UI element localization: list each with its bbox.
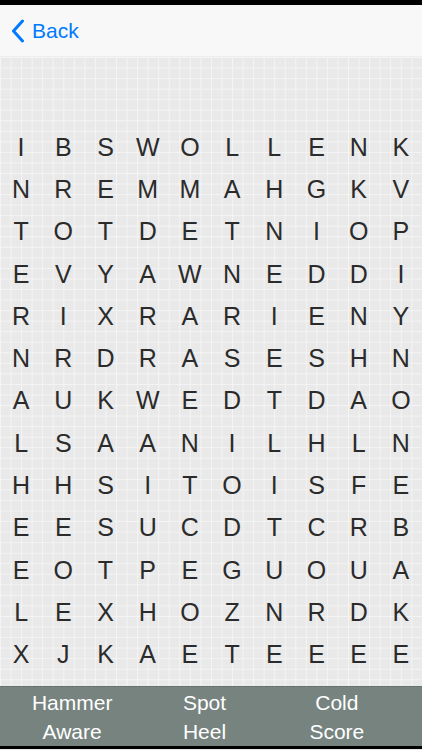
bottom-black-strip [0, 746, 422, 749]
grid-cell-r5c5[interactable]: A [169, 295, 211, 337]
grid-cell-r11c7[interactable]: U [253, 549, 295, 591]
grid-cell-r3c4[interactable]: D [127, 211, 169, 253]
grid-cell-r3c1[interactable]: T [0, 211, 42, 253]
word-item-cold: Cold [315, 692, 358, 713]
grid-cell-r3c8[interactable]: I [295, 211, 337, 253]
grid-cell-r10c9[interactable]: R [338, 507, 380, 549]
word-list-bar: HammerSpotColdAwareHeelScore [0, 686, 422, 746]
grid-cell-r8c8[interactable]: H [295, 422, 337, 464]
grid-cell-r3c3[interactable]: T [84, 211, 126, 253]
grid-cell-r6c5[interactable]: A [169, 337, 211, 379]
grid-cell-r1c6[interactable]: L [211, 126, 253, 168]
nav-bar: Back [0, 5, 422, 57]
grid-cell-r9c5[interactable]: T [169, 464, 211, 506]
grid-cell-r1c10[interactable]: K [380, 126, 422, 168]
grid-cell-r12c6[interactable]: Z [211, 591, 253, 633]
grid-cell-r13c10[interactable]: E [380, 634, 422, 676]
word-item-spot: Spot [183, 692, 226, 713]
grid-cell-r5c9[interactable]: N [338, 295, 380, 337]
grid-cell-r7c9[interactable]: A [338, 380, 380, 422]
grid-cell-r13c5[interactable]: E [169, 634, 211, 676]
grid-cell-r6c7[interactable]: E [253, 337, 295, 379]
word-list: HammerSpotColdAwareHeelScore [0, 688, 422, 746]
grid-cell-r1c1[interactable]: I [0, 126, 42, 168]
grid-cell-r3c6[interactable]: T [211, 211, 253, 253]
grid-cell-r4c9[interactable]: D [338, 253, 380, 295]
grid-cell-r9c1[interactable]: H [0, 464, 42, 506]
grid-cell-r11c8[interactable]: O [295, 549, 337, 591]
grid-cell-r12c3[interactable]: X [84, 591, 126, 633]
grid-cell-r4c2[interactable]: V [42, 253, 84, 295]
grid-cell-r4c1[interactable]: E [0, 253, 42, 295]
grid-cell-r9c4[interactable]: I [127, 464, 169, 506]
grid-cell-r5c2[interactable]: I [42, 295, 84, 337]
grid-cell-r9c10[interactable]: E [380, 464, 422, 506]
grid-cell-r12c10[interactable]: K [380, 591, 422, 633]
grid-cell-r7c1[interactable]: A [0, 380, 42, 422]
grid-cell-r9c3[interactable]: S [84, 464, 126, 506]
grid-cell-r11c2[interactable]: O [42, 549, 84, 591]
grid-cell-r8c10[interactable]: N [380, 422, 422, 464]
back-button-label: Back [32, 20, 79, 41]
grid-cell-r5c1[interactable]: R [0, 295, 42, 337]
grid-cell-r8c9[interactable]: L [338, 422, 380, 464]
grid-cell-r4c10[interactable]: I [380, 253, 422, 295]
grid-cell-r11c5[interactable]: E [169, 549, 211, 591]
grid-cell-r9c9[interactable]: F [338, 464, 380, 506]
word-item-hammer: Hammer [32, 692, 113, 713]
grid-cell-r8c1[interactable]: L [0, 422, 42, 464]
grid-cell-r2c7[interactable]: H [253, 168, 295, 210]
back-chevron-icon [11, 19, 25, 43]
word-item-heel: Heel [183, 721, 226, 742]
grid-cell-r2c2[interactable]: R [42, 168, 84, 210]
grid-cell-r1c9[interactable]: N [338, 126, 380, 168]
grid-cell-r4c6[interactable]: N [211, 253, 253, 295]
grid-cell-r9c8[interactable]: S [295, 464, 337, 506]
grid-cell-r7c10[interactable]: O [380, 380, 422, 422]
grid-cell-r1c4[interactable]: W [127, 126, 169, 168]
grid-cell-r7c2[interactable]: U [42, 380, 84, 422]
grid-cell-r10c4[interactable]: U [127, 507, 169, 549]
letter-grid[interactable]: IBSWOLLENKNREMMAHGKVTOTDETNIOPEVYAWNEDDI… [0, 126, 422, 676]
grid-cell-r8c2[interactable]: S [42, 422, 84, 464]
word-search-board[interactable]: IBSWOLLENKNREMMAHGKVTOTDETNIOPEVYAWNEDDI… [0, 57, 422, 686]
word-item-score: Score [309, 721, 364, 742]
grid-cell-r10c10[interactable]: B [380, 507, 422, 549]
grid-cell-r2c10[interactable]: V [380, 168, 422, 210]
grid-cell-r1c5[interactable]: O [169, 126, 211, 168]
grid-cell-r6c3[interactable]: D [84, 337, 126, 379]
grid-cell-r1c7[interactable]: L [253, 126, 295, 168]
grid-cell-r6c6[interactable]: S [211, 337, 253, 379]
grid-cell-r12c8[interactable]: R [295, 591, 337, 633]
grid-cell-r7c5[interactable]: E [169, 380, 211, 422]
grid-cell-r12c5[interactable]: O [169, 591, 211, 633]
grid-cell-r13c7[interactable]: E [253, 634, 295, 676]
app-screen: Back IBSWOLLENKNREMMAHGKVTOTDETNIOPEVYAW… [0, 0, 422, 750]
grid-cell-r4c3[interactable]: Y [84, 253, 126, 295]
grid-cell-r11c3[interactable]: T [84, 549, 126, 591]
grid-cell-r11c1[interactable]: E [0, 549, 42, 591]
grid-cell-r10c2[interactable]: E [42, 507, 84, 549]
grid-cell-r5c4[interactable]: R [127, 295, 169, 337]
grid-cell-r6c10[interactable]: N [380, 337, 422, 379]
grid-cell-r11c4[interactable]: P [127, 549, 169, 591]
grid-cell-r8c5[interactable]: N [169, 422, 211, 464]
grid-cell-r2c6[interactable]: A [211, 168, 253, 210]
grid-cell-r2c8[interactable]: G [295, 168, 337, 210]
grid-cell-r6c9[interactable]: H [338, 337, 380, 379]
grid-cell-r3c10[interactable]: P [380, 211, 422, 253]
grid-cell-r10c1[interactable]: E [0, 507, 42, 549]
grid-cell-r9c6[interactable]: O [211, 464, 253, 506]
grid-cell-r6c4[interactable]: R [127, 337, 169, 379]
grid-cell-r2c3[interactable]: E [84, 168, 126, 210]
grid-cell-r10c7[interactable]: T [253, 507, 295, 549]
grid-cell-r9c2[interactable]: H [42, 464, 84, 506]
grid-cell-r7c3[interactable]: K [84, 380, 126, 422]
grid-cell-r12c2[interactable]: E [42, 591, 84, 633]
grid-cell-r5c6[interactable]: R [211, 295, 253, 337]
grid-cell-r10c5[interactable]: C [169, 507, 211, 549]
grid-cell-r11c10[interactable]: A [380, 549, 422, 591]
grid-cell-r11c6[interactable]: G [211, 549, 253, 591]
grid-cell-r3c9[interactable]: O [338, 211, 380, 253]
grid-cell-r4c8[interactable]: D [295, 253, 337, 295]
grid-cell-r5c8[interactable]: E [295, 295, 337, 337]
grid-cell-r13c2[interactable]: J [42, 634, 84, 676]
grid-cell-r2c5[interactable]: M [169, 168, 211, 210]
grid-cell-r1c3[interactable]: S [84, 126, 126, 168]
grid-cell-r13c3[interactable]: K [84, 634, 126, 676]
grid-cell-r8c4[interactable]: A [127, 422, 169, 464]
grid-cell-r4c5[interactable]: W [169, 253, 211, 295]
grid-cell-r6c8[interactable]: S [295, 337, 337, 379]
grid-cell-r3c5[interactable]: E [169, 211, 211, 253]
grid-cell-r10c6[interactable]: D [211, 507, 253, 549]
grid-cell-r2c4[interactable]: M [127, 168, 169, 210]
grid-cell-r12c9[interactable]: D [338, 591, 380, 633]
grid-cell-r4c4[interactable]: A [127, 253, 169, 295]
word-item-aware: Aware [43, 721, 102, 742]
grid-cell-r2c1[interactable]: N [0, 168, 42, 210]
grid-cell-r1c8[interactable]: E [295, 126, 337, 168]
grid-cell-r10c8[interactable]: C [295, 507, 337, 549]
grid-cell-r13c1[interactable]: X [0, 634, 42, 676]
grid-cell-r5c7[interactable]: I [253, 295, 295, 337]
back-button[interactable]: Back [11, 19, 79, 43]
grid-cell-r5c3[interactable]: X [84, 295, 126, 337]
grid-cell-r7c4[interactable]: W [127, 380, 169, 422]
grid-cell-r12c1[interactable]: L [0, 591, 42, 633]
grid-cell-r7c7[interactable]: T [253, 380, 295, 422]
grid-cell-r10c3[interactable]: S [84, 507, 126, 549]
grid-cell-r13c4[interactable]: A [127, 634, 169, 676]
grid-cell-r9c7[interactable]: I [253, 464, 295, 506]
grid-cell-r7c8[interactable]: D [295, 380, 337, 422]
grid-cell-r5c10[interactable]: Y [380, 295, 422, 337]
grid-cell-r4c7[interactable]: E [253, 253, 295, 295]
grid-cell-r13c8[interactable]: E [295, 634, 337, 676]
grid-cell-r2c9[interactable]: K [338, 168, 380, 210]
grid-cell-r7c6[interactable]: D [211, 380, 253, 422]
grid-cell-r1c2[interactable]: B [42, 126, 84, 168]
grid-cell-r8c7[interactable]: L [253, 422, 295, 464]
grid-cell-r12c7[interactable]: N [253, 591, 295, 633]
grid-cell-r13c6[interactable]: T [211, 634, 253, 676]
grid-cell-r8c3[interactable]: A [84, 422, 126, 464]
grid-cell-r11c9[interactable]: U [338, 549, 380, 591]
grid-cell-r13c9[interactable]: E [338, 634, 380, 676]
grid-cell-r8c6[interactable]: I [211, 422, 253, 464]
grid-cell-r12c4[interactable]: H [127, 591, 169, 633]
grid-cell-r6c2[interactable]: R [42, 337, 84, 379]
grid-cell-r3c2[interactable]: O [42, 211, 84, 253]
grid-cell-r6c1[interactable]: N [0, 337, 42, 379]
grid-cell-r3c7[interactable]: N [253, 211, 295, 253]
